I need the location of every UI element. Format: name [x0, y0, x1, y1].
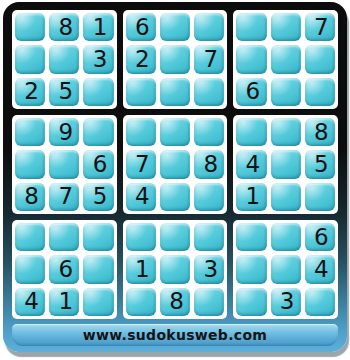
cell-r5c2[interactable] [49, 150, 79, 178]
cell-r3c5[interactable] [160, 78, 190, 106]
cell-r1c4[interactable]: 6 [126, 13, 156, 41]
cell-r3c6[interactable] [194, 78, 224, 106]
cell-r8c1[interactable] [15, 255, 45, 283]
cell-r2c8[interactable] [271, 45, 301, 73]
cell-r4c4[interactable] [126, 118, 156, 146]
cell-r6c6[interactable] [194, 183, 224, 211]
cell-r2c1[interactable] [15, 45, 45, 73]
cell-r1c7[interactable] [236, 13, 266, 41]
box-6: 8451 [233, 115, 338, 214]
cell-r4c1[interactable] [15, 118, 45, 146]
site-url[interactable]: www.sudokusweb.com [83, 327, 267, 343]
cell-r9c6[interactable] [194, 288, 224, 316]
box-3: 76 [233, 10, 338, 109]
cell-r5c5[interactable] [160, 150, 190, 178]
cell-r5c1[interactable] [15, 150, 45, 178]
cell-r1c9[interactable]: 7 [305, 13, 335, 41]
cell-r8c3[interactable] [83, 255, 113, 283]
cell-r4c5[interactable] [160, 118, 190, 146]
cell-r5c7[interactable]: 4 [236, 150, 266, 178]
cell-r7c7[interactable] [236, 223, 266, 251]
box-4: 96875 [12, 115, 117, 214]
cell-r8c7[interactable] [236, 255, 266, 283]
cell-r7c4[interactable] [126, 223, 156, 251]
cell-r6c2[interactable]: 7 [49, 183, 79, 211]
cell-r4c6[interactable] [194, 118, 224, 146]
cell-r3c9[interactable] [305, 78, 335, 106]
box-9: 643 [233, 220, 338, 319]
cell-r1c2[interactable]: 8 [49, 13, 79, 41]
cell-r3c3[interactable] [83, 78, 113, 106]
cell-r8c6[interactable]: 3 [194, 255, 224, 283]
cell-r2c5[interactable] [160, 45, 190, 73]
sudoku-board: 8132562776968757848451641138643 [12, 10, 338, 319]
cell-r7c8[interactable] [271, 223, 301, 251]
cell-r2c3[interactable]: 3 [83, 45, 113, 73]
box-1: 81325 [12, 10, 117, 109]
cell-r3c4[interactable] [126, 78, 156, 106]
footer-bar: www.sudokusweb.com [12, 324, 338, 346]
cell-r4c3[interactable] [83, 118, 113, 146]
cell-r1c5[interactable] [160, 13, 190, 41]
cell-r6c9[interactable] [305, 183, 335, 211]
cell-r6c4[interactable]: 4 [126, 183, 156, 211]
cell-r5c8[interactable] [271, 150, 301, 178]
cell-r2c6[interactable]: 7 [194, 45, 224, 73]
cell-r9c9[interactable] [305, 288, 335, 316]
cell-r9c7[interactable] [236, 288, 266, 316]
cell-r2c2[interactable] [49, 45, 79, 73]
cell-r4c2[interactable]: 9 [49, 118, 79, 146]
cell-r1c1[interactable] [15, 13, 45, 41]
cell-r9c2[interactable]: 1 [49, 288, 79, 316]
cell-r9c4[interactable] [126, 288, 156, 316]
box-5: 784 [123, 115, 228, 214]
cell-r5c3[interactable]: 6 [83, 150, 113, 178]
cell-r5c6[interactable]: 8 [194, 150, 224, 178]
cell-r9c3[interactable] [83, 288, 113, 316]
cell-r3c1[interactable]: 2 [15, 78, 45, 106]
cell-r9c8[interactable]: 3 [271, 288, 301, 316]
cell-r2c7[interactable] [236, 45, 266, 73]
cell-r6c8[interactable] [271, 183, 301, 211]
cell-r3c2[interactable]: 5 [49, 78, 79, 106]
cell-r8c4[interactable]: 1 [126, 255, 156, 283]
cell-r7c6[interactable] [194, 223, 224, 251]
cell-r7c9[interactable]: 6 [305, 223, 335, 251]
sudoku-frame: 8132562776968757848451641138643 www.sudo… [3, 2, 347, 352]
cell-r8c2[interactable]: 6 [49, 255, 79, 283]
box-8: 138 [123, 220, 228, 319]
cell-r4c7[interactable] [236, 118, 266, 146]
cell-r2c4[interactable]: 2 [126, 45, 156, 73]
cell-r5c4[interactable]: 7 [126, 150, 156, 178]
box-7: 641 [12, 220, 117, 319]
cell-r6c3[interactable]: 5 [83, 183, 113, 211]
cell-r1c6[interactable] [194, 13, 224, 41]
box-2: 627 [123, 10, 228, 109]
cell-r9c1[interactable]: 4 [15, 288, 45, 316]
cell-r4c9[interactable]: 8 [305, 118, 335, 146]
cell-r3c7[interactable]: 6 [236, 78, 266, 106]
cell-r8c9[interactable]: 4 [305, 255, 335, 283]
cell-r3c8[interactable] [271, 78, 301, 106]
cell-r4c8[interactable] [271, 118, 301, 146]
cell-r8c5[interactable] [160, 255, 190, 283]
cell-r5c9[interactable]: 5 [305, 150, 335, 178]
cell-r7c1[interactable] [15, 223, 45, 251]
cell-r7c3[interactable] [83, 223, 113, 251]
cell-r6c5[interactable] [160, 183, 190, 211]
cell-r7c5[interactable] [160, 223, 190, 251]
cell-r6c7[interactable]: 1 [236, 183, 266, 211]
cell-r9c5[interactable]: 8 [160, 288, 190, 316]
cell-r1c8[interactable] [271, 13, 301, 41]
cell-r6c1[interactable]: 8 [15, 183, 45, 211]
cell-r8c8[interactable] [271, 255, 301, 283]
cell-r7c2[interactable] [49, 223, 79, 251]
cell-r2c9[interactable] [305, 45, 335, 73]
cell-r1c3[interactable]: 1 [83, 13, 113, 41]
